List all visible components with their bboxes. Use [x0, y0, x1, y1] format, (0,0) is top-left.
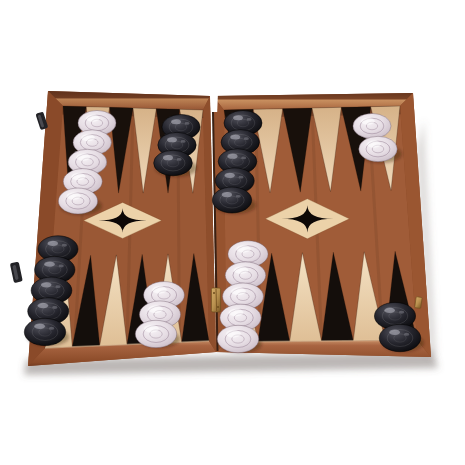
checker-black-T7-5[interactable] — [212, 187, 251, 213]
checker-black-B1-5[interactable] — [24, 318, 65, 345]
product-photo-backgammon-set — [0, 0, 465, 465]
checker-black-T5-3[interactable] — [154, 150, 193, 176]
checker-white-T1-5[interactable] — [58, 188, 97, 214]
board-svg — [0, 0, 465, 465]
checker-white-T12-1[interactable] — [353, 113, 391, 138]
checker-white-T12-2[interactable] — [359, 136, 397, 161]
checker-white-B7-5[interactable] — [217, 325, 259, 352]
hinge-brass — [211, 288, 220, 312]
checker-black-B12-2[interactable] — [379, 324, 420, 351]
catch-brass — [415, 297, 422, 309]
hinge-gap — [210, 92, 218, 112]
checker-white-B5-3[interactable] — [135, 320, 176, 347]
